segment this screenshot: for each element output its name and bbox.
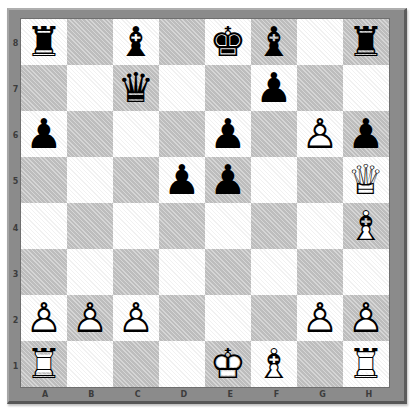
white-rook[interactable]: ♜♖ bbox=[343, 341, 389, 387]
square-f3[interactable] bbox=[251, 249, 297, 295]
square-d4[interactable] bbox=[159, 203, 205, 249]
square-c7[interactable]: ♛ bbox=[113, 65, 159, 111]
white-pawn[interactable]: ♟♙ bbox=[343, 295, 389, 341]
black-bishop[interactable]: ♝ bbox=[113, 19, 159, 65]
rank-label-7: 7 bbox=[10, 66, 21, 112]
square-b5[interactable] bbox=[67, 157, 113, 203]
square-g4[interactable] bbox=[297, 203, 343, 249]
square-h5[interactable]: ♛♕ bbox=[343, 157, 389, 203]
file-label-f: F bbox=[253, 388, 299, 400]
square-e4[interactable] bbox=[205, 203, 251, 249]
square-a2[interactable]: ♟♙ bbox=[21, 295, 67, 341]
square-b6[interactable] bbox=[67, 111, 113, 157]
square-a4[interactable] bbox=[21, 203, 67, 249]
white-pawn[interactable]: ♟♙ bbox=[67, 295, 113, 341]
rank-label-3: 3 bbox=[10, 251, 21, 297]
square-e7[interactable] bbox=[205, 65, 251, 111]
square-g3[interactable] bbox=[297, 249, 343, 295]
white-pawn[interactable]: ♟♙ bbox=[21, 295, 67, 341]
rank-label-8: 8 bbox=[10, 20, 21, 66]
square-c6[interactable] bbox=[113, 111, 159, 157]
file-label-b: B bbox=[68, 388, 114, 400]
square-f2[interactable] bbox=[251, 295, 297, 341]
square-g1[interactable] bbox=[297, 341, 343, 387]
square-g5[interactable] bbox=[297, 157, 343, 203]
square-f7[interactable]: ♟ bbox=[251, 65, 297, 111]
square-a1[interactable]: ♜♖ bbox=[21, 341, 67, 387]
rank-label-4: 4 bbox=[10, 205, 21, 251]
file-labels: ABCDEFGH bbox=[22, 388, 392, 400]
square-h3[interactable] bbox=[343, 249, 389, 295]
black-bishop[interactable]: ♝ bbox=[251, 19, 297, 65]
square-d3[interactable] bbox=[159, 249, 205, 295]
black-pawn[interactable]: ♟ bbox=[205, 157, 251, 203]
square-f6[interactable] bbox=[251, 111, 297, 157]
square-f8[interactable]: ♝ bbox=[251, 19, 297, 65]
square-a5[interactable] bbox=[21, 157, 67, 203]
white-king[interactable]: ♚♔ bbox=[205, 341, 251, 387]
square-h1[interactable]: ♜♖ bbox=[343, 341, 389, 387]
square-b4[interactable] bbox=[67, 203, 113, 249]
white-queen[interactable]: ♛♕ bbox=[343, 157, 389, 203]
square-h2[interactable]: ♟♙ bbox=[343, 295, 389, 341]
rank-label-1: 1 bbox=[10, 344, 21, 390]
rank-label-5: 5 bbox=[10, 159, 21, 205]
square-b3[interactable] bbox=[67, 249, 113, 295]
square-c3[interactable] bbox=[113, 249, 159, 295]
rank-label-6: 6 bbox=[10, 113, 21, 159]
black-rook[interactable]: ♜ bbox=[343, 19, 389, 65]
square-d2[interactable] bbox=[159, 295, 205, 341]
black-pawn[interactable]: ♟ bbox=[251, 65, 297, 111]
black-pawn[interactable]: ♟ bbox=[343, 111, 389, 157]
white-pawn[interactable]: ♟♙ bbox=[113, 295, 159, 341]
white-bishop[interactable]: ♝♗ bbox=[343, 203, 389, 249]
square-d8[interactable] bbox=[159, 19, 205, 65]
square-h8[interactable]: ♜ bbox=[343, 19, 389, 65]
black-pawn[interactable]: ♟ bbox=[159, 157, 205, 203]
square-a6[interactable]: ♟ bbox=[21, 111, 67, 157]
file-label-g: G bbox=[300, 388, 346, 400]
black-queen[interactable]: ♛ bbox=[113, 65, 159, 111]
square-a8[interactable]: ♜ bbox=[21, 19, 67, 65]
square-e1[interactable]: ♚♔ bbox=[205, 341, 251, 387]
square-h7[interactable] bbox=[343, 65, 389, 111]
square-h4[interactable]: ♝♗ bbox=[343, 203, 389, 249]
square-f1[interactable]: ♝♗ bbox=[251, 341, 297, 387]
file-label-d: D bbox=[161, 388, 207, 400]
square-c2[interactable]: ♟♙ bbox=[113, 295, 159, 341]
file-label-a: A bbox=[22, 388, 68, 400]
square-d1[interactable] bbox=[159, 341, 205, 387]
square-c1[interactable] bbox=[113, 341, 159, 387]
black-rook[interactable]: ♜ bbox=[21, 19, 67, 65]
file-label-e: E bbox=[207, 388, 253, 400]
white-pawn[interactable]: ♟♙ bbox=[297, 295, 343, 341]
square-g7[interactable] bbox=[297, 65, 343, 111]
chess-board: ♜♝♚♝♜♛♟♟♟♟♙♟♟♟♛♕♝♗♟♙♟♙♟♙♟♙♟♙♜♖♚♔♝♗♜♖ bbox=[20, 18, 390, 388]
white-bishop[interactable]: ♝♗ bbox=[251, 341, 297, 387]
square-b2[interactable]: ♟♙ bbox=[67, 295, 113, 341]
file-label-c: C bbox=[115, 388, 161, 400]
white-pawn[interactable]: ♟♙ bbox=[297, 111, 343, 157]
square-a3[interactable] bbox=[21, 249, 67, 295]
rank-labels: 87654321 bbox=[10, 20, 21, 390]
square-g8[interactable] bbox=[297, 19, 343, 65]
square-c5[interactable] bbox=[113, 157, 159, 203]
square-e6[interactable]: ♟ bbox=[205, 111, 251, 157]
square-e3[interactable] bbox=[205, 249, 251, 295]
square-b8[interactable] bbox=[67, 19, 113, 65]
square-h6[interactable]: ♟ bbox=[343, 111, 389, 157]
black-pawn[interactable]: ♟ bbox=[205, 111, 251, 157]
square-e5[interactable]: ♟ bbox=[205, 157, 251, 203]
square-a7[interactable] bbox=[21, 65, 67, 111]
chess-board-frame: 87654321 ♜♝♚♝♜♛♟♟♟♟♙♟♟♟♛♕♝♗♟♙♟♙♟♙♟♙♟♙♜♖♚… bbox=[7, 8, 407, 404]
black-pawn[interactable]: ♟ bbox=[21, 111, 67, 157]
square-e8[interactable]: ♚ bbox=[205, 19, 251, 65]
rank-label-2: 2 bbox=[10, 298, 21, 344]
square-f4[interactable] bbox=[251, 203, 297, 249]
square-b1[interactable] bbox=[67, 341, 113, 387]
square-d5[interactable]: ♟ bbox=[159, 157, 205, 203]
square-d7[interactable] bbox=[159, 65, 205, 111]
square-g2[interactable]: ♟♙ bbox=[297, 295, 343, 341]
square-d6[interactable] bbox=[159, 111, 205, 157]
square-c4[interactable] bbox=[113, 203, 159, 249]
file-label-h: H bbox=[346, 388, 392, 400]
square-e2[interactable] bbox=[205, 295, 251, 341]
white-rook[interactable]: ♜♖ bbox=[21, 341, 67, 387]
black-king[interactable]: ♚ bbox=[205, 19, 251, 65]
square-c8[interactable]: ♝ bbox=[113, 19, 159, 65]
square-b7[interactable] bbox=[67, 65, 113, 111]
square-f5[interactable] bbox=[251, 157, 297, 203]
square-g6[interactable]: ♟♙ bbox=[297, 111, 343, 157]
